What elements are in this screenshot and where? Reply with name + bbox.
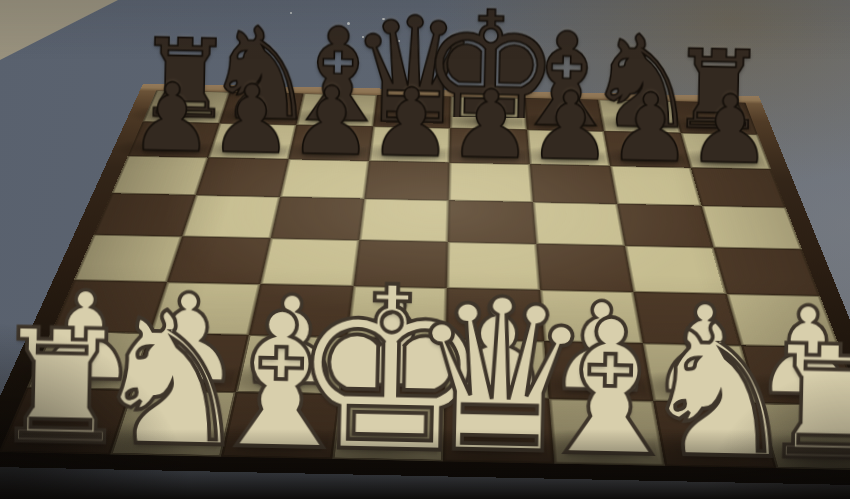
square-c5[interactable] xyxy=(271,197,365,240)
square-b6[interactable] xyxy=(196,158,289,197)
square-f5[interactable] xyxy=(533,202,625,246)
scene: ♜♞♝♛♚♝♞♜♟♟♟♟♟♟♟♟♟♟♟♟♟♟♟♟♜♞♝♚♛♝♞♜ xyxy=(0,0,850,499)
square-e5[interactable] xyxy=(448,200,537,243)
square-g5[interactable] xyxy=(617,204,713,248)
chess-board: ♜♞♝♛♚♝♞♜♟♟♟♟♟♟♟♟♟♟♟♟♟♟♟♟♜♞♝♚♛♝♞♜ xyxy=(0,84,850,487)
square-b5[interactable] xyxy=(182,195,280,238)
square-c6[interactable] xyxy=(280,159,369,198)
square-h6[interactable] xyxy=(691,168,786,208)
square-f6[interactable] xyxy=(530,164,617,204)
square-h5[interactable] xyxy=(702,206,802,250)
square-e6[interactable] xyxy=(449,163,533,203)
square-g6[interactable] xyxy=(610,166,701,206)
square-a5[interactable] xyxy=(94,193,196,236)
square-d6[interactable] xyxy=(364,161,449,200)
square-h7[interactable]: ♟ xyxy=(681,133,771,169)
board-squares: ♜♞♝♛♚♝♞♜♟♟♟♟♟♟♟♟♟♟♟♟♟♟♟♟♜♞♝♚♛♝♞♜ xyxy=(0,90,850,470)
square-d5[interactable] xyxy=(359,199,448,242)
square-a6[interactable] xyxy=(112,156,209,195)
